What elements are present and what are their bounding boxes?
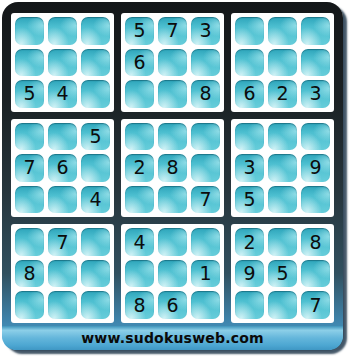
cell-r4c4[interactable]: [125, 123, 154, 151]
cell-r1c6[interactable]: 3: [191, 17, 220, 45]
cell-r2c4[interactable]: 6: [125, 49, 154, 77]
cell-r5c9[interactable]: 9: [301, 154, 330, 182]
cell-r5c7[interactable]: 3: [235, 154, 264, 182]
cell-r4c5[interactable]: [158, 123, 187, 151]
cell-r4c7[interactable]: [235, 123, 264, 151]
cell-r2c2[interactable]: [48, 49, 77, 77]
cell-r7c4[interactable]: 4: [125, 228, 154, 256]
cell-r6c8[interactable]: [268, 186, 297, 214]
cell-r9c3[interactable]: [81, 291, 110, 319]
cell-r8c2[interactable]: [48, 260, 77, 288]
sudoku-widget: 5457368623576428739578418628957 www.sudo…: [2, 2, 343, 350]
cell-r6c2[interactable]: [48, 186, 77, 214]
cell-r9c4[interactable]: 8: [125, 291, 154, 319]
cell-r3c9[interactable]: 3: [301, 80, 330, 108]
box-3-3: 28957: [231, 224, 334, 323]
cell-r6c3[interactable]: 4: [81, 186, 110, 214]
box-3-1: 78: [11, 224, 114, 323]
cell-r6c6[interactable]: 7: [191, 186, 220, 214]
cell-r6c5[interactable]: [158, 186, 187, 214]
cell-r9c2[interactable]: [48, 291, 77, 319]
site-footer: www.sudokusweb.com: [2, 326, 343, 350]
cell-r2c3[interactable]: [81, 49, 110, 77]
cell-r7c7[interactable]: 2: [235, 228, 264, 256]
cell-r2c7[interactable]: [235, 49, 264, 77]
cell-r3c4[interactable]: [125, 80, 154, 108]
cell-r4c6[interactable]: [191, 123, 220, 151]
cell-r9c9[interactable]: 7: [301, 291, 330, 319]
cell-r5c6[interactable]: [191, 154, 220, 182]
cell-r2c9[interactable]: [301, 49, 330, 77]
box-2-2: 287: [121, 119, 224, 218]
cell-r7c2[interactable]: 7: [48, 228, 77, 256]
cell-r1c7[interactable]: [235, 17, 264, 45]
cell-r6c7[interactable]: 5: [235, 186, 264, 214]
cell-r7c3[interactable]: [81, 228, 110, 256]
cell-r4c8[interactable]: [268, 123, 297, 151]
cell-r6c4[interactable]: [125, 186, 154, 214]
cell-r9c1[interactable]: [15, 291, 44, 319]
box-2-3: 395: [231, 119, 334, 218]
cell-r3c8[interactable]: 2: [268, 80, 297, 108]
cell-r1c3[interactable]: [81, 17, 110, 45]
cell-r2c1[interactable]: [15, 49, 44, 77]
cell-r1c2[interactable]: [48, 17, 77, 45]
cell-r4c1[interactable]: [15, 123, 44, 151]
cell-r9c6[interactable]: [191, 291, 220, 319]
box-1-2: 57368: [121, 13, 224, 112]
cell-r9c7[interactable]: [235, 291, 264, 319]
cell-r3c6[interactable]: 8: [191, 80, 220, 108]
cell-r3c1[interactable]: 5: [15, 80, 44, 108]
cell-r4c3[interactable]: 5: [81, 123, 110, 151]
cell-r2c6[interactable]: [191, 49, 220, 77]
cell-r2c8[interactable]: [268, 49, 297, 77]
cell-r9c5[interactable]: 6: [158, 291, 187, 319]
box-2-1: 5764: [11, 119, 114, 218]
cell-r5c8[interactable]: [268, 154, 297, 182]
box-1-1: 54: [11, 13, 114, 112]
box-3-2: 4186: [121, 224, 224, 323]
cell-r4c2[interactable]: [48, 123, 77, 151]
cell-r3c5[interactable]: [158, 80, 187, 108]
cell-r8c7[interactable]: 9: [235, 260, 264, 288]
cell-r1c9[interactable]: [301, 17, 330, 45]
cell-r6c1[interactable]: [15, 186, 44, 214]
cell-r1c4[interactable]: 5: [125, 17, 154, 45]
cell-r7c6[interactable]: [191, 228, 220, 256]
cell-r5c2[interactable]: 6: [48, 154, 77, 182]
cell-r1c1[interactable]: [15, 17, 44, 45]
cell-r3c3[interactable]: [81, 80, 110, 108]
cell-r8c3[interactable]: [81, 260, 110, 288]
cell-r8c4[interactable]: [125, 260, 154, 288]
cell-r5c4[interactable]: 2: [125, 154, 154, 182]
cell-r7c1[interactable]: [15, 228, 44, 256]
cell-r8c6[interactable]: 1: [191, 260, 220, 288]
box-1-3: 623: [231, 13, 334, 112]
site-url[interactable]: www.sudokusweb.com: [81, 330, 264, 346]
cell-r5c1[interactable]: 7: [15, 154, 44, 182]
cell-r2c5[interactable]: [158, 49, 187, 77]
cell-r9c8[interactable]: [268, 291, 297, 319]
cell-r1c8[interactable]: [268, 17, 297, 45]
cell-r5c5[interactable]: 8: [158, 154, 187, 182]
cell-r7c5[interactable]: [158, 228, 187, 256]
cell-r8c8[interactable]: 5: [268, 260, 297, 288]
cell-r5c3[interactable]: [81, 154, 110, 182]
cell-r8c5[interactable]: [158, 260, 187, 288]
cell-r6c9[interactable]: [301, 186, 330, 214]
cell-r7c8[interactable]: [268, 228, 297, 256]
cell-r3c2[interactable]: 4: [48, 80, 77, 108]
cell-r8c1[interactable]: 8: [15, 260, 44, 288]
sudoku-board: 5457368623576428739578418628957: [2, 2, 343, 326]
cell-r1c5[interactable]: 7: [158, 17, 187, 45]
cell-r3c7[interactable]: 6: [235, 80, 264, 108]
cell-r7c9[interactable]: 8: [301, 228, 330, 256]
cell-r4c9[interactable]: [301, 123, 330, 151]
cell-r8c9[interactable]: [301, 260, 330, 288]
